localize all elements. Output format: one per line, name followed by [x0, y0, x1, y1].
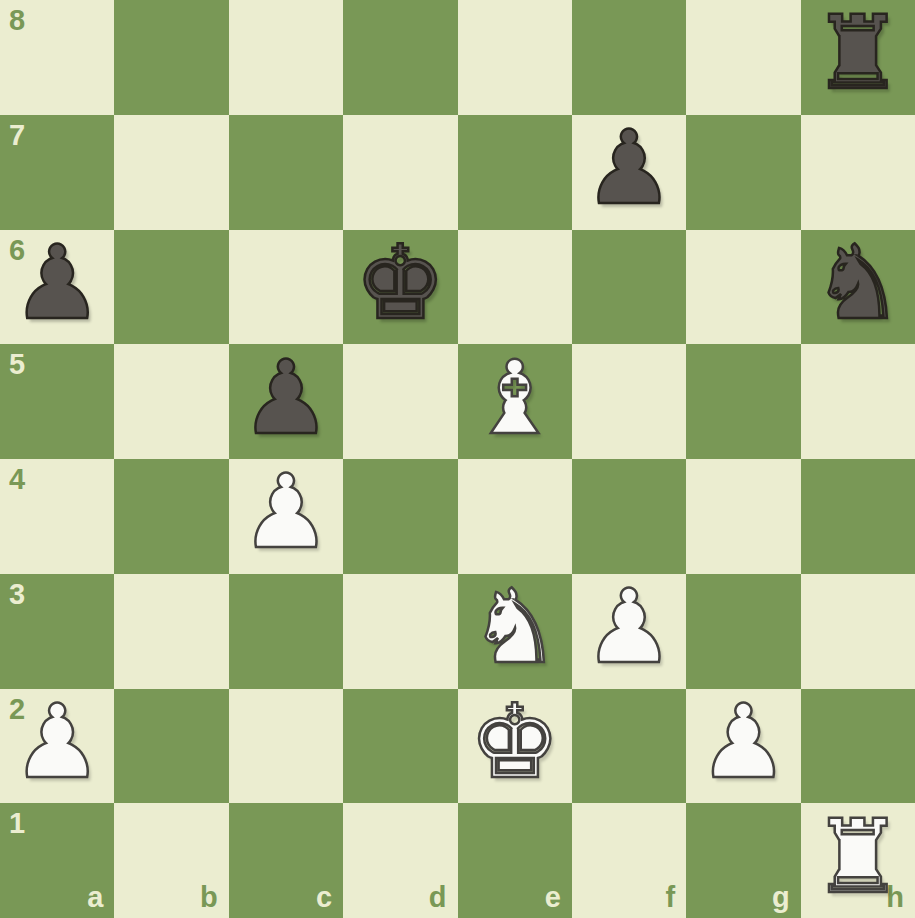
square-d6[interactable]: ♚ — [343, 230, 457, 345]
square-h8[interactable]: ♜ — [801, 0, 915, 115]
square-f1[interactable]: f — [572, 803, 686, 918]
square-e8[interactable] — [458, 0, 572, 115]
square-g3[interactable] — [686, 574, 800, 689]
square-f3[interactable]: ♟ — [572, 574, 686, 689]
square-c7[interactable] — [229, 115, 343, 230]
square-d2[interactable] — [343, 689, 457, 804]
square-g2[interactable]: ♟ — [686, 689, 800, 804]
square-b4[interactable] — [114, 459, 228, 574]
file-label-c: c — [316, 883, 332, 912]
square-c4[interactable]: ♟ — [229, 459, 343, 574]
square-h3[interactable] — [801, 574, 915, 689]
square-f2[interactable] — [572, 689, 686, 804]
square-b1[interactable]: b — [114, 803, 228, 918]
file-label-a: a — [87, 883, 103, 912]
square-c1[interactable]: c — [229, 803, 343, 918]
square-c2[interactable] — [229, 689, 343, 804]
square-e7[interactable] — [458, 115, 572, 230]
square-h7[interactable] — [801, 115, 915, 230]
square-b6[interactable] — [114, 230, 228, 345]
white-pawn[interactable]: ♟ — [240, 459, 331, 569]
rank-label-3: 3 — [9, 580, 25, 609]
black-king[interactable]: ♚ — [355, 230, 446, 340]
rank-label-4: 4 — [9, 465, 25, 494]
chess-board: 8♜7♟6♟♚♞5♟♝4♟3♞♟2♟♚♟1abcdefgh♜ — [0, 0, 915, 918]
white-pawn[interactable]: ♟ — [583, 574, 674, 684]
square-e3[interactable]: ♞ — [458, 574, 572, 689]
square-h2[interactable] — [801, 689, 915, 804]
square-g6[interactable] — [686, 230, 800, 345]
square-d5[interactable] — [343, 344, 457, 459]
square-f6[interactable] — [572, 230, 686, 345]
square-h1[interactable]: h♜ — [801, 803, 915, 918]
square-e2[interactable]: ♚ — [458, 689, 572, 804]
square-c5[interactable]: ♟ — [229, 344, 343, 459]
square-e6[interactable] — [458, 230, 572, 345]
square-g7[interactable] — [686, 115, 800, 230]
square-a6[interactable]: 6♟ — [0, 230, 114, 345]
square-c8[interactable] — [229, 0, 343, 115]
square-a4[interactable]: 4 — [0, 459, 114, 574]
rank-label-7: 7 — [9, 121, 25, 150]
black-knight[interactable]: ♞ — [812, 230, 903, 340]
square-g1[interactable]: g — [686, 803, 800, 918]
file-label-d: d — [429, 883, 447, 912]
white-knight[interactable]: ♞ — [469, 574, 560, 684]
square-a2[interactable]: 2♟ — [0, 689, 114, 804]
square-d7[interactable] — [343, 115, 457, 230]
square-g5[interactable] — [686, 344, 800, 459]
square-e4[interactable] — [458, 459, 572, 574]
file-label-e: e — [545, 883, 561, 912]
file-label-g: g — [772, 883, 790, 912]
square-b7[interactable] — [114, 115, 228, 230]
square-h4[interactable] — [801, 459, 915, 574]
square-b8[interactable] — [114, 0, 228, 115]
square-d1[interactable]: d — [343, 803, 457, 918]
black-pawn[interactable]: ♟ — [11, 230, 102, 340]
white-bishop[interactable]: ♝ — [469, 344, 560, 454]
square-f7[interactable]: ♟ — [572, 115, 686, 230]
square-e5[interactable]: ♝ — [458, 344, 572, 459]
square-b5[interactable] — [114, 344, 228, 459]
white-pawn[interactable]: ♟ — [11, 689, 102, 799]
square-a8[interactable]: 8 — [0, 0, 114, 115]
square-a3[interactable]: 3 — [0, 574, 114, 689]
square-g8[interactable] — [686, 0, 800, 115]
square-a7[interactable]: 7 — [0, 115, 114, 230]
black-rook[interactable]: ♜ — [812, 0, 903, 110]
black-pawn[interactable]: ♟ — [240, 344, 331, 454]
square-e1[interactable]: e — [458, 803, 572, 918]
square-b3[interactable] — [114, 574, 228, 689]
square-h6[interactable]: ♞ — [801, 230, 915, 345]
white-rook[interactable]: ♜ — [812, 803, 903, 913]
square-f8[interactable] — [572, 0, 686, 115]
square-a5[interactable]: 5 — [0, 344, 114, 459]
square-h5[interactable] — [801, 344, 915, 459]
square-a1[interactable]: 1a — [0, 803, 114, 918]
square-c3[interactable] — [229, 574, 343, 689]
square-d4[interactable] — [343, 459, 457, 574]
black-pawn[interactable]: ♟ — [583, 115, 674, 225]
square-b2[interactable] — [114, 689, 228, 804]
rank-label-1: 1 — [9, 809, 25, 838]
square-d8[interactable] — [343, 0, 457, 115]
square-d3[interactable] — [343, 574, 457, 689]
square-f5[interactable] — [572, 344, 686, 459]
file-label-b: b — [200, 883, 218, 912]
square-c6[interactable] — [229, 230, 343, 345]
square-f4[interactable] — [572, 459, 686, 574]
rank-label-5: 5 — [9, 350, 25, 379]
square-g4[interactable] — [686, 459, 800, 574]
white-pawn[interactable]: ♟ — [698, 689, 789, 799]
white-king[interactable]: ♚ — [469, 689, 560, 799]
file-label-f: f — [666, 883, 676, 912]
rank-label-8: 8 — [9, 6, 25, 35]
